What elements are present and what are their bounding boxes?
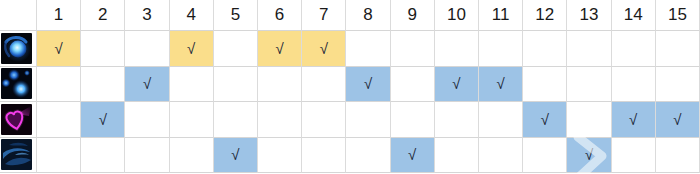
skill-cell-fox-fire-w-level-4 <box>170 67 214 103</box>
skill-cell-fox-fire-w-level-8: √ <box>346 67 390 103</box>
spirit-rush-r-icon <box>0 138 37 174</box>
level-header-14: 14 <box>612 0 656 31</box>
level-header-10: 10 <box>435 0 479 31</box>
skill-cell-charm-e-level-4 <box>170 102 214 138</box>
skill-cell-charm-e-level-9 <box>391 102 435 138</box>
skill-cell-charm-e-level-15: √ <box>656 102 700 138</box>
carousel-next-icon[interactable] <box>570 133 610 173</box>
skill-cell-spirit-rush-r-level-10 <box>435 138 479 174</box>
skill-cell-spirit-rush-r-level-8 <box>346 138 390 174</box>
skill-cell-orb-of-deception-q-level-14 <box>612 31 656 67</box>
skill-cell-fox-fire-w-level-12 <box>523 67 567 103</box>
skill-cell-charm-e-level-1 <box>37 102 81 138</box>
skill-cell-charm-e-level-5 <box>214 102 258 138</box>
skill-cell-charm-e-level-10 <box>435 102 479 138</box>
skill-order-table: 123456789101112131415√√√√√√√√√√√√√√√ <box>0 0 700 173</box>
skill-cell-charm-e-level-8 <box>346 102 390 138</box>
skill-cell-charm-e-level-12: √ <box>523 102 567 138</box>
level-header-9: 9 <box>391 0 435 31</box>
skill-cell-fox-fire-w-level-9 <box>391 67 435 103</box>
skill-cell-spirit-rush-r-level-2 <box>81 138 125 174</box>
skill-cell-spirit-rush-r-level-11 <box>479 138 523 174</box>
skill-cell-spirit-rush-r-level-5: √ <box>214 138 258 174</box>
skill-cell-charm-e-level-14: √ <box>612 102 656 138</box>
level-header-11: 11 <box>479 0 523 31</box>
skill-cell-orb-of-deception-q-level-11 <box>479 31 523 67</box>
skill-cell-fox-fire-w-level-13 <box>567 67 611 103</box>
charm-e-icon <box>0 102 37 138</box>
skill-cell-charm-e-level-3 <box>125 102 169 138</box>
level-header-13: 13 <box>567 0 611 31</box>
fox-fire-w-icon <box>0 67 37 103</box>
skill-cell-fox-fire-w-level-11: √ <box>479 67 523 103</box>
header-corner-cell <box>0 0 37 31</box>
skill-cell-fox-fire-w-level-3: √ <box>125 67 169 103</box>
level-header-1: 1 <box>37 0 81 31</box>
skill-cell-orb-of-deception-q-level-2 <box>81 31 125 67</box>
skill-cell-fox-fire-w-level-2 <box>81 67 125 103</box>
skill-cell-fox-fire-w-level-10: √ <box>435 67 479 103</box>
level-header-7: 7 <box>302 0 346 31</box>
skill-cell-fox-fire-w-level-6 <box>258 67 302 103</box>
level-header-8: 8 <box>346 0 390 31</box>
level-header-15: 15 <box>656 0 700 31</box>
skill-cell-fox-fire-w-level-1 <box>37 67 81 103</box>
skill-cell-spirit-rush-r-level-4 <box>170 138 214 174</box>
skill-cell-spirit-rush-r-level-7 <box>302 138 346 174</box>
skill-cell-spirit-rush-r-level-6 <box>258 138 302 174</box>
skill-cell-orb-of-deception-q-level-1: √ <box>37 31 81 67</box>
level-header-4: 4 <box>170 0 214 31</box>
skill-cell-charm-e-level-2: √ <box>81 102 125 138</box>
skill-cell-orb-of-deception-q-level-5 <box>214 31 258 67</box>
skill-cell-spirit-rush-r-level-12 <box>523 138 567 174</box>
skill-cell-orb-of-deception-q-level-10 <box>435 31 479 67</box>
skill-cell-spirit-rush-r-level-14 <box>612 138 656 174</box>
skill-cell-charm-e-level-11 <box>479 102 523 138</box>
skill-cell-orb-of-deception-q-level-6: √ <box>258 31 302 67</box>
skill-cell-fox-fire-w-level-15 <box>656 67 700 103</box>
level-header-12: 12 <box>523 0 567 31</box>
skill-cell-spirit-rush-r-level-3 <box>125 138 169 174</box>
skill-cell-orb-of-deception-q-level-4: √ <box>170 31 214 67</box>
skill-cell-orb-of-deception-q-level-8 <box>346 31 390 67</box>
skill-cell-spirit-rush-r-level-1 <box>37 138 81 174</box>
skill-cell-fox-fire-w-level-14 <box>612 67 656 103</box>
skill-cell-spirit-rush-r-level-9: √ <box>391 138 435 174</box>
skill-cell-spirit-rush-r-level-15 <box>656 138 700 174</box>
level-header-5: 5 <box>214 0 258 31</box>
skill-cell-fox-fire-w-level-5 <box>214 67 258 103</box>
skill-cell-fox-fire-w-level-7 <box>302 67 346 103</box>
skill-cell-orb-of-deception-q-level-3 <box>125 31 169 67</box>
skill-cell-orb-of-deception-q-level-12 <box>523 31 567 67</box>
skill-cell-orb-of-deception-q-level-15 <box>656 31 700 67</box>
level-header-2: 2 <box>81 0 125 31</box>
skill-cell-orb-of-deception-q-level-7: √ <box>302 31 346 67</box>
level-header-3: 3 <box>125 0 169 31</box>
orb-of-deception-q-icon <box>0 31 37 67</box>
skill-cell-charm-e-level-7 <box>302 102 346 138</box>
level-header-6: 6 <box>258 0 302 31</box>
skill-cell-orb-of-deception-q-level-9 <box>391 31 435 67</box>
skill-cell-charm-e-level-6 <box>258 102 302 138</box>
skill-cell-orb-of-deception-q-level-13 <box>567 31 611 67</box>
